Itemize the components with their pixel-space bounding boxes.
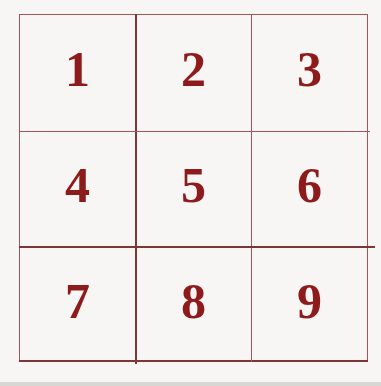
cell-r2c2[interactable]: 5 [136,127,251,243]
page-background: { "game": "3x3-numbered-grid", "position… [0,0,381,386]
number-grid-board: 1 2 3 4 5 6 7 8 9 [19,14,368,362]
cell-r3c2[interactable]: 8 [136,243,251,358]
cell-r3c3[interactable]: 9 [251,243,368,358]
cell-r1c1[interactable]: 1 [19,10,136,127]
cell-r1c2[interactable]: 2 [136,10,251,127]
cell-r2c1[interactable]: 4 [19,127,136,243]
grid-cells: 1 2 3 4 5 6 7 8 9 [19,14,368,362]
cell-r1c3[interactable]: 3 [251,10,368,127]
cell-r2c3[interactable]: 6 [251,127,368,243]
screenshot-bottom-edge [0,382,381,386]
cell-r3c1[interactable]: 7 [19,243,136,358]
